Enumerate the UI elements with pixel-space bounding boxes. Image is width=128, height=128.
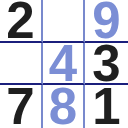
sudoku-cell-r3c2[interactable]: 8: [43, 85, 85, 128]
sudoku-cell-r1c1[interactable]: 2: [0, 0, 43, 43]
sudoku-cell-r3c1[interactable]: 7: [0, 85, 43, 128]
sudoku-cell-r3c3[interactable]: 1: [85, 85, 128, 128]
sudoku-board: 2 9 4 3 7 8 1: [0, 0, 128, 128]
